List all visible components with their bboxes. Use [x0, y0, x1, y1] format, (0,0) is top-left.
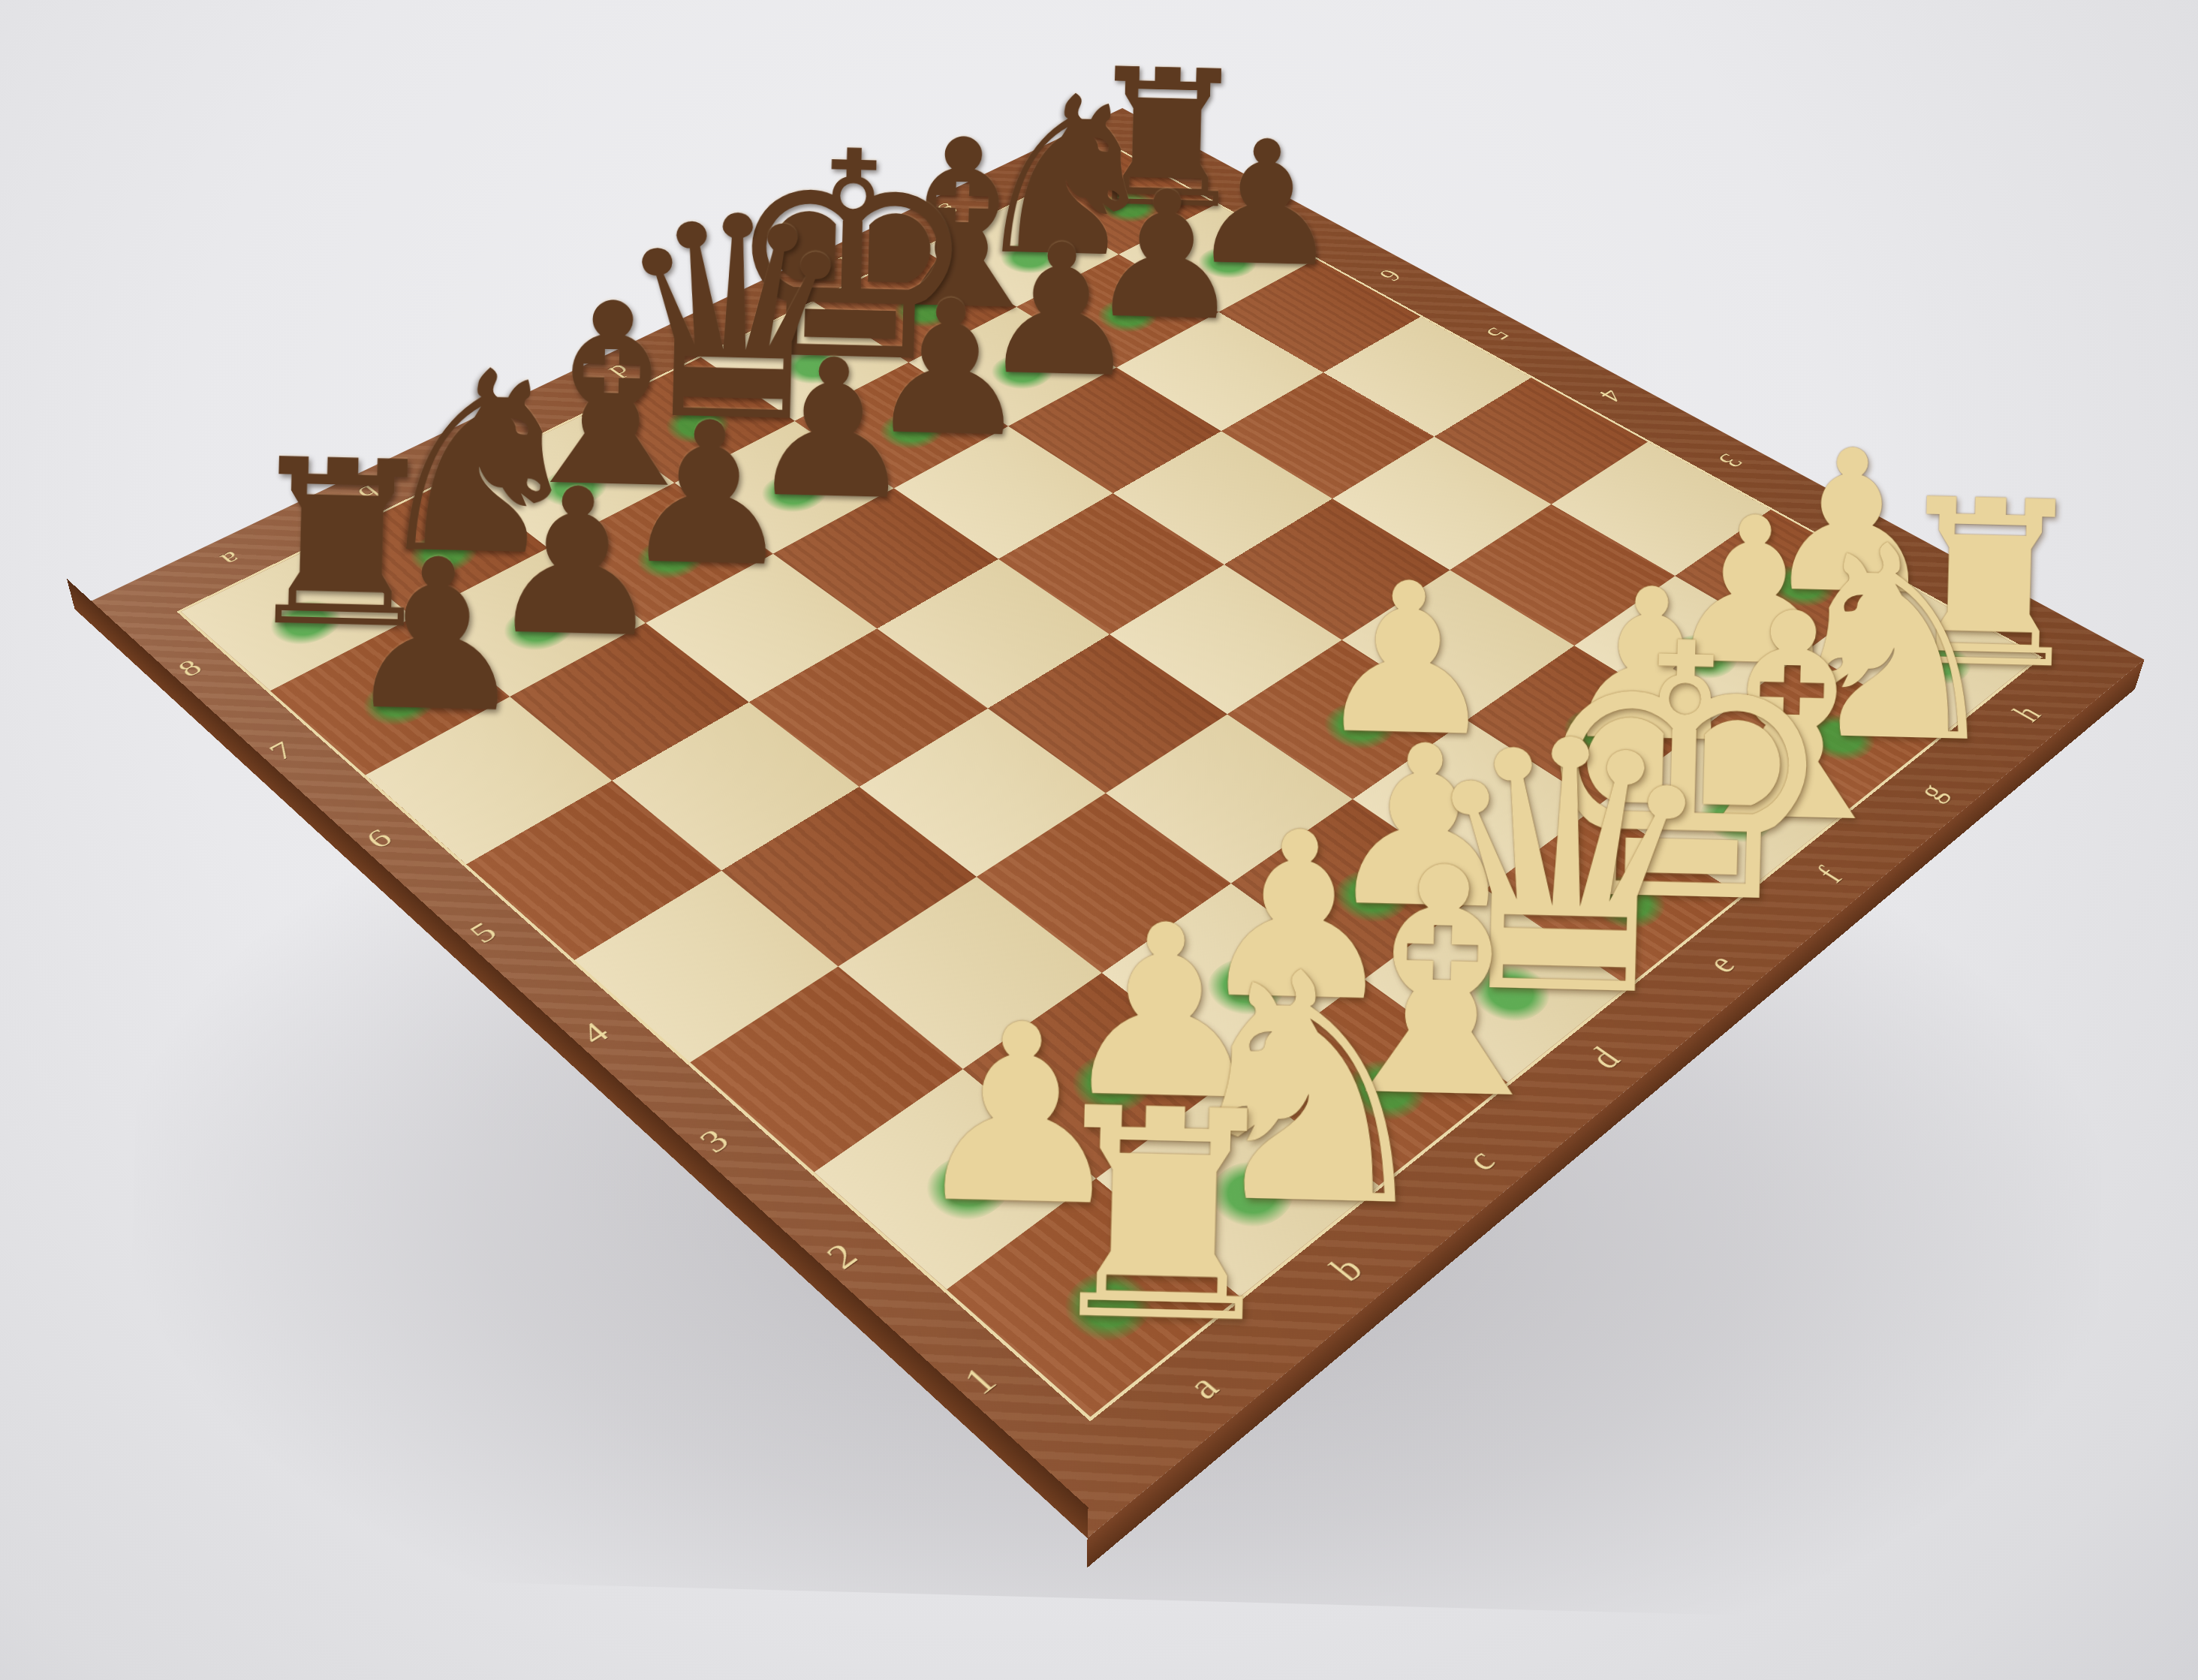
- white-rook: ♜: [1031, 1082, 1296, 1354]
- black-pawn: ♟: [342, 538, 532, 734]
- chess-board-wrap: ♜♞♝♛♚♝♞♜♟♟♟♟♟♟♟♟♟♟♟♟♟♟♟♟♜♞♝♛♚♝♞♜ abcdefg…: [360, 0, 1859, 1384]
- chess-square: [1110, 565, 1341, 714]
- scene: { "game": "chess", "scene": { "descripti…: [0, 0, 2198, 1680]
- chess-field: ♜♞♝♛♚♝♞♜♟♟♟♟♟♟♟♟♟♟♟♟♟♟♟♟♜♞♝♛♚♝♞♜: [181, 152, 2038, 1417]
